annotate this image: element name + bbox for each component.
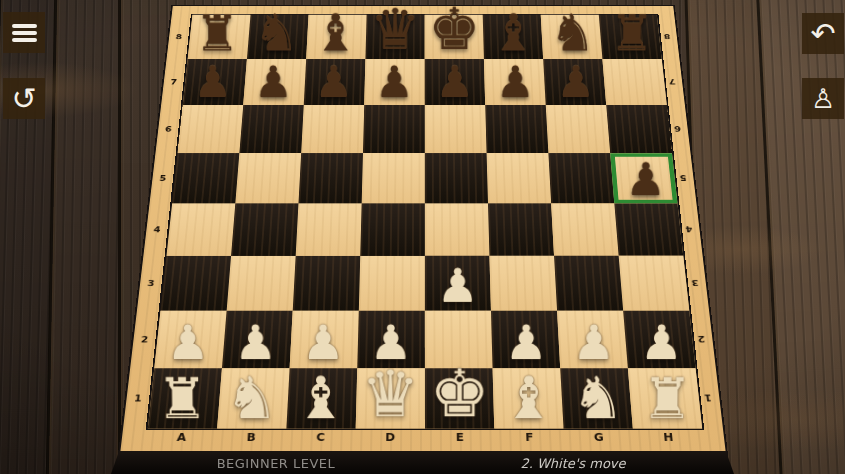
piece-white-bishop[interactable]: ♝ bbox=[286, 367, 356, 429]
square-d5[interactable] bbox=[361, 153, 424, 203]
square-c4[interactable] bbox=[295, 203, 361, 255]
square-f7[interactable]: ♟ bbox=[483, 59, 545, 105]
level-label: BEGINNER LEVEL bbox=[217, 456, 336, 471]
piece-white-pawn[interactable]: ♟ bbox=[627, 317, 695, 368]
square-g5[interactable] bbox=[548, 153, 614, 203]
piece-black-pawn[interactable]: ♟ bbox=[485, 59, 546, 106]
square-d6[interactable] bbox=[362, 105, 424, 153]
piece-black-bishop[interactable]: ♝ bbox=[306, 6, 365, 60]
square-f1[interactable]: ♝ bbox=[492, 368, 563, 428]
square-d4[interactable] bbox=[360, 203, 425, 255]
square-f2[interactable]: ♟ bbox=[490, 311, 559, 368]
square-a1[interactable]: ♜ bbox=[147, 368, 221, 428]
piece-black-queen[interactable]: ♛ bbox=[365, 1, 424, 60]
square-f8[interactable]: ♝ bbox=[482, 15, 542, 59]
piece-black-pawn[interactable]: ♟ bbox=[424, 59, 485, 106]
squares-grid: ♜♞♝♛♚♝♞♜♟♟♟♟♟♟♟♟♟♟♟♟♟♟♟♟♜♞♝♛♚♝♞♜ bbox=[145, 14, 704, 431]
square-h7[interactable] bbox=[602, 59, 666, 105]
file-label-f: F bbox=[494, 431, 564, 443]
piece-white-pawn[interactable]: ♟ bbox=[153, 317, 221, 368]
square-c2[interactable]: ♟ bbox=[289, 311, 358, 368]
new-game-button[interactable]: ↺ bbox=[3, 78, 45, 119]
undo-arrow-icon: ↶ bbox=[810, 19, 835, 49]
square-b6[interactable] bbox=[239, 105, 303, 153]
square-h4[interactable] bbox=[614, 203, 683, 255]
undo-button[interactable]: ↶ bbox=[802, 13, 844, 54]
rank-label-6-left: 6 bbox=[158, 105, 178, 153]
square-a8[interactable]: ♜ bbox=[187, 15, 250, 59]
pawn-icon: ♙ bbox=[811, 85, 835, 112]
square-d1[interactable]: ♛ bbox=[355, 368, 424, 428]
square-e5[interactable] bbox=[424, 153, 487, 203]
square-b2[interactable]: ♟ bbox=[221, 311, 292, 368]
square-g7[interactable]: ♟ bbox=[543, 59, 606, 105]
file-labels: ABCDEFGH bbox=[146, 431, 704, 443]
square-c7[interactable]: ♟ bbox=[303, 59, 365, 105]
square-h6[interactable] bbox=[606, 105, 672, 153]
piece-white-queen[interactable]: ♛ bbox=[355, 361, 424, 429]
piece-white-pawn[interactable]: ♟ bbox=[492, 317, 560, 368]
file-label-c: C bbox=[285, 431, 355, 443]
square-e6[interactable] bbox=[424, 105, 486, 153]
piece-white-knight[interactable]: ♞ bbox=[216, 367, 286, 429]
piece-white-pawn[interactable]: ♟ bbox=[289, 317, 357, 368]
rank-label-5-left: 5 bbox=[152, 153, 173, 203]
square-e8[interactable]: ♚ bbox=[424, 15, 483, 59]
square-d8[interactable]: ♛ bbox=[365, 15, 424, 59]
square-g6[interactable] bbox=[545, 105, 609, 153]
rotate-icon: ↺ bbox=[11, 84, 36, 114]
square-d3[interactable] bbox=[358, 256, 424, 311]
rank-label-7-left: 7 bbox=[163, 59, 183, 105]
square-h1[interactable]: ♜ bbox=[627, 368, 701, 428]
piece-black-pawn[interactable]: ♟ bbox=[243, 59, 304, 106]
piece-black-rook[interactable]: ♜ bbox=[187, 7, 247, 59]
file-label-a: A bbox=[146, 431, 217, 443]
rank-label-8-left: 8 bbox=[169, 15, 188, 59]
square-h3[interactable] bbox=[618, 256, 689, 311]
piece-white-king[interactable]: ♚ bbox=[424, 359, 493, 429]
hamburger-icon bbox=[12, 21, 37, 45]
square-a4[interactable] bbox=[166, 203, 235, 255]
square-e1[interactable]: ♚ bbox=[424, 368, 493, 428]
square-c5[interactable] bbox=[298, 153, 362, 203]
square-f4[interactable] bbox=[487, 203, 553, 255]
square-b8[interactable]: ♞ bbox=[246, 15, 308, 59]
piece-black-pawn[interactable]: ♟ bbox=[364, 59, 425, 106]
square-c3[interactable] bbox=[292, 256, 360, 311]
square-b7[interactable]: ♟ bbox=[243, 59, 306, 105]
square-g3[interactable] bbox=[554, 256, 623, 311]
piece-black-pawn[interactable]: ♟ bbox=[182, 59, 243, 106]
square-g4[interactable] bbox=[551, 203, 618, 255]
square-g2[interactable]: ♟ bbox=[557, 311, 628, 368]
piece-black-knight[interactable]: ♞ bbox=[543, 6, 603, 60]
square-c1[interactable]: ♝ bbox=[286, 368, 357, 428]
piece-white-bishop[interactable]: ♝ bbox=[494, 367, 564, 429]
file-label-g: G bbox=[563, 431, 633, 443]
piece-white-pawn[interactable]: ♟ bbox=[221, 317, 289, 368]
menu-button[interactable] bbox=[3, 12, 45, 53]
file-label-e: E bbox=[424, 431, 494, 443]
square-b5[interactable] bbox=[235, 153, 301, 203]
square-a2[interactable]: ♟ bbox=[154, 311, 226, 368]
square-c6[interactable] bbox=[301, 105, 364, 153]
piece-black-king[interactable]: ♚ bbox=[424, 0, 483, 60]
square-e3[interactable]: ♟ bbox=[424, 256, 490, 311]
square-a3[interactable] bbox=[160, 256, 231, 311]
turn-indicator: 2. White's move bbox=[520, 456, 625, 471]
square-h5[interactable]: ♟ bbox=[610, 153, 677, 203]
rank-label-4-left: 4 bbox=[146, 203, 167, 255]
square-f3[interactable] bbox=[489, 256, 557, 311]
piece-black-bishop[interactable]: ♝ bbox=[483, 6, 542, 60]
square-c8[interactable]: ♝ bbox=[306, 15, 366, 59]
rank-label-3-left: 3 bbox=[139, 256, 161, 311]
file-label-d: D bbox=[355, 431, 425, 443]
piece-white-pawn[interactable]: ♟ bbox=[424, 261, 490, 311]
square-e4[interactable] bbox=[424, 203, 489, 255]
square-g8[interactable]: ♞ bbox=[540, 15, 602, 59]
square-e7[interactable]: ♟ bbox=[424, 59, 485, 105]
file-label-b: B bbox=[215, 431, 285, 443]
pieces-settings-button[interactable]: ♙ bbox=[802, 78, 844, 119]
square-h8[interactable]: ♜ bbox=[598, 15, 661, 59]
square-g1[interactable]: ♞ bbox=[560, 368, 633, 428]
piece-white-rook[interactable]: ♜ bbox=[632, 369, 702, 429]
square-b3[interactable] bbox=[226, 256, 295, 311]
rank-label-1-left: 1 bbox=[126, 368, 149, 428]
chess-board: ♜♞♝♛♚♝♞♜♟♟♟♟♟♟♟♟♟♟♟♟♟♟♟♟♜♞♝♛♚♝♞♜ ABCDEFG… bbox=[117, 5, 728, 459]
piece-black-pawn[interactable]: ♟ bbox=[545, 59, 606, 106]
square-a7[interactable]: ♟ bbox=[182, 59, 246, 105]
piece-white-rook[interactable]: ♜ bbox=[147, 369, 217, 429]
square-b1[interactable]: ♞ bbox=[217, 368, 290, 428]
piece-white-pawn[interactable]: ♟ bbox=[560, 317, 628, 368]
square-b4[interactable] bbox=[231, 203, 298, 255]
square-d7[interactable]: ♟ bbox=[364, 59, 424, 105]
square-a5[interactable] bbox=[172, 153, 239, 203]
piece-black-knight[interactable]: ♞ bbox=[246, 6, 306, 60]
board-base bbox=[111, 451, 734, 474]
file-label-h: H bbox=[633, 431, 704, 443]
square-f6[interactable] bbox=[485, 105, 548, 153]
square-a6[interactable] bbox=[177, 105, 243, 153]
piece-white-knight[interactable]: ♞ bbox=[563, 367, 633, 429]
square-f5[interactable] bbox=[486, 153, 551, 203]
piece-black-pawn[interactable]: ♟ bbox=[303, 59, 364, 106]
square-h2[interactable]: ♟ bbox=[623, 311, 695, 368]
piece-black-rook[interactable]: ♜ bbox=[602, 7, 662, 59]
piece-black-pawn[interactable]: ♟ bbox=[614, 156, 678, 204]
rank-label-2-left: 2 bbox=[133, 311, 156, 368]
